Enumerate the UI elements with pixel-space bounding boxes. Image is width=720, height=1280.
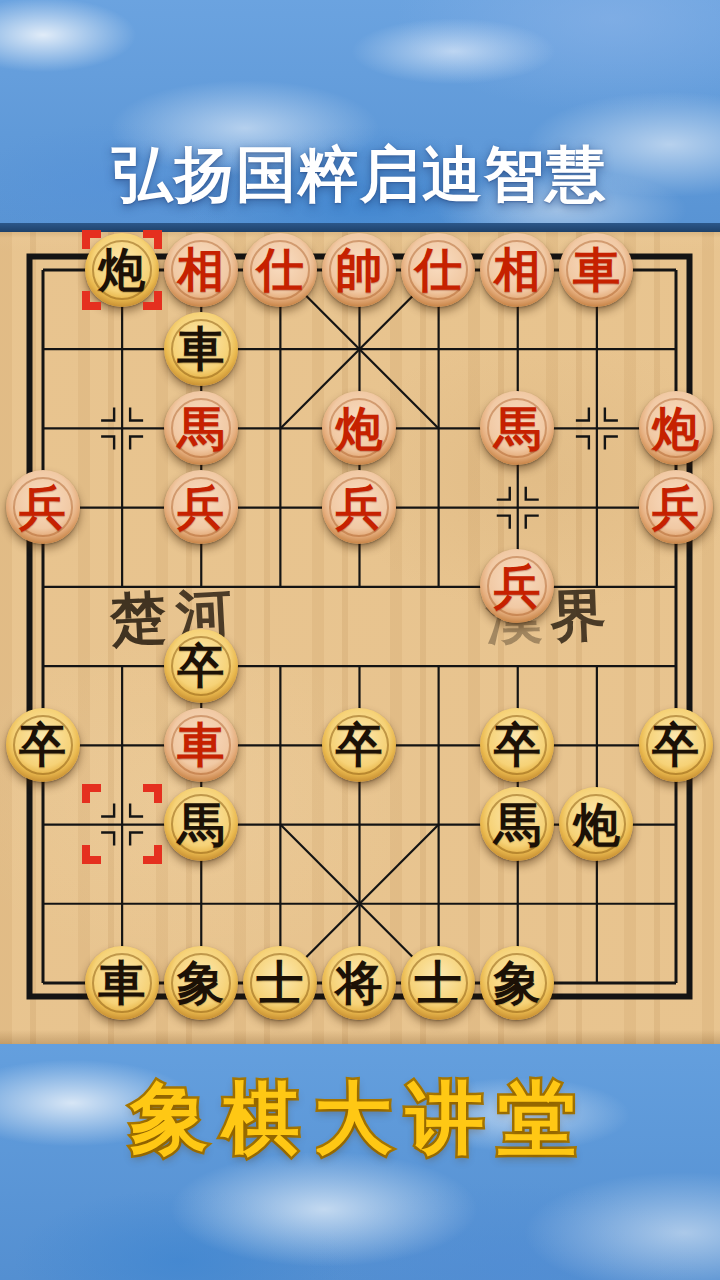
xiangqi-board: 楚 河 漢 界 炮相仕帥仕相車車馬炮馬炮兵兵兵兵兵卒卒車卒卒卒馬馬炮車象士将士象 bbox=[0, 232, 720, 1044]
piece-character: 卒 bbox=[19, 721, 66, 768]
piece-black-卒[interactable]: 卒 bbox=[164, 629, 238, 703]
piece-character: 車 bbox=[177, 721, 224, 768]
piece-character: 仕 bbox=[415, 246, 462, 293]
piece-red-兵[interactable]: 兵 bbox=[164, 470, 238, 544]
page-title: 弘扬国粹启迪智慧 bbox=[0, 138, 720, 210]
piece-character: 帥 bbox=[336, 246, 383, 293]
piece-character: 車 bbox=[98, 959, 145, 1006]
piece-character: 士 bbox=[256, 959, 303, 1006]
piece-character: 兵 bbox=[336, 484, 383, 531]
piece-character: 炮 bbox=[573, 801, 620, 848]
piece-character: 仕 bbox=[256, 246, 303, 293]
piece-character: 兵 bbox=[652, 484, 699, 531]
piece-red-兵[interactable]: 兵 bbox=[6, 470, 80, 544]
piece-character: 将 bbox=[336, 959, 383, 1006]
piece-character: 象 bbox=[494, 959, 541, 1006]
piece-black-卒[interactable]: 卒 bbox=[322, 708, 396, 782]
piece-red-車[interactable]: 車 bbox=[559, 233, 633, 307]
piece-layer: 炮相仕帥仕相車車馬炮馬炮兵兵兵兵兵卒卒車卒卒卒馬馬炮車象士将士象 bbox=[3, 230, 715, 1022]
piece-character: 相 bbox=[494, 246, 541, 293]
piece-character: 卒 bbox=[177, 642, 224, 689]
piece-character: 卒 bbox=[652, 721, 699, 768]
piece-red-仕[interactable]: 仕 bbox=[243, 233, 317, 307]
channel-title: 象棋大讲堂 bbox=[0, 1076, 720, 1162]
piece-character: 馬 bbox=[494, 801, 541, 848]
piece-character: 兵 bbox=[19, 484, 66, 531]
piece-black-車[interactable]: 車 bbox=[85, 946, 159, 1020]
piece-character: 炮 bbox=[652, 405, 699, 452]
piece-red-帥[interactable]: 帥 bbox=[322, 233, 396, 307]
piece-black-卒[interactable]: 卒 bbox=[6, 708, 80, 782]
piece-character: 士 bbox=[415, 959, 462, 1006]
piece-black-車[interactable]: 車 bbox=[164, 312, 238, 386]
last-move-from-marker bbox=[82, 784, 162, 864]
piece-red-炮[interactable]: 炮 bbox=[639, 391, 713, 465]
piece-black-将[interactable]: 将 bbox=[322, 946, 396, 1020]
piece-red-仕[interactable]: 仕 bbox=[401, 233, 475, 307]
piece-black-象[interactable]: 象 bbox=[480, 946, 554, 1020]
piece-character: 兵 bbox=[494, 563, 541, 610]
piece-character: 馬 bbox=[494, 405, 541, 452]
piece-character: 相 bbox=[177, 246, 224, 293]
piece-black-炮[interactable]: 炮 bbox=[85, 233, 159, 307]
piece-character: 馬 bbox=[177, 801, 224, 848]
piece-red-車[interactable]: 車 bbox=[164, 708, 238, 782]
piece-character: 象 bbox=[177, 959, 224, 1006]
piece-character: 卒 bbox=[336, 721, 383, 768]
video-frame: 弘扬国粹启迪智慧 楚 河 漢 界 炮相仕帥仕相車車馬炮馬炮兵兵兵兵兵卒卒車卒卒卒… bbox=[0, 0, 720, 1280]
piece-red-馬[interactable]: 馬 bbox=[164, 391, 238, 465]
piece-character: 炮 bbox=[98, 246, 145, 293]
piece-character: 車 bbox=[573, 246, 620, 293]
piece-red-相[interactable]: 相 bbox=[480, 233, 554, 307]
piece-red-兵[interactable]: 兵 bbox=[480, 549, 554, 623]
piece-black-馬[interactable]: 馬 bbox=[164, 787, 238, 861]
piece-black-象[interactable]: 象 bbox=[164, 946, 238, 1020]
piece-character: 馬 bbox=[177, 405, 224, 452]
piece-red-相[interactable]: 相 bbox=[164, 233, 238, 307]
piece-black-卒[interactable]: 卒 bbox=[639, 708, 713, 782]
piece-character: 炮 bbox=[336, 405, 383, 452]
piece-black-士[interactable]: 士 bbox=[243, 946, 317, 1020]
piece-red-兵[interactable]: 兵 bbox=[639, 470, 713, 544]
piece-red-兵[interactable]: 兵 bbox=[322, 470, 396, 544]
piece-black-士[interactable]: 士 bbox=[401, 946, 475, 1020]
piece-character: 兵 bbox=[177, 484, 224, 531]
piece-black-卒[interactable]: 卒 bbox=[480, 708, 554, 782]
piece-character: 卒 bbox=[494, 721, 541, 768]
piece-black-馬[interactable]: 馬 bbox=[480, 787, 554, 861]
piece-black-炮[interactable]: 炮 bbox=[559, 787, 633, 861]
piece-red-馬[interactable]: 馬 bbox=[480, 391, 554, 465]
piece-character: 車 bbox=[177, 325, 224, 372]
piece-red-炮[interactable]: 炮 bbox=[322, 391, 396, 465]
